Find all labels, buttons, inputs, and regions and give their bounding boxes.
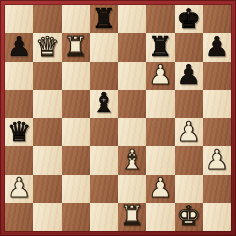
square-g1[interactable]: ♚ [175, 203, 203, 231]
white-pawn-g4[interactable]: ♟ [177, 118, 201, 145]
white-bishop-e3[interactable]: ♝ [120, 146, 144, 173]
black-rook-f7[interactable]: ♜ [148, 33, 172, 60]
square-b3[interactable] [33, 146, 61, 174]
black-rook-d8[interactable]: ♜ [92, 5, 116, 32]
square-e4[interactable] [118, 118, 146, 146]
square-c1[interactable] [62, 203, 90, 231]
square-d4[interactable] [90, 118, 118, 146]
chess-board: ♜♚♟♛♜♜♟♟♟♝♛♟♝♟♟♟♜♚ [5, 5, 231, 231]
square-d7[interactable] [90, 33, 118, 61]
square-h3[interactable]: ♟ [203, 146, 231, 174]
square-e7[interactable] [118, 33, 146, 61]
square-f8[interactable] [146, 5, 174, 33]
square-g3[interactable] [175, 146, 203, 174]
square-f5[interactable] [146, 90, 174, 118]
square-a8[interactable] [5, 5, 33, 33]
square-g6[interactable]: ♟ [175, 62, 203, 90]
square-e6[interactable] [118, 62, 146, 90]
black-queen-a4[interactable]: ♛ [7, 118, 31, 145]
black-pawn-h7[interactable]: ♟ [205, 33, 229, 60]
black-bishop-d5[interactable]: ♝ [92, 90, 116, 117]
square-h8[interactable] [203, 5, 231, 33]
white-rook-c7[interactable]: ♜ [64, 33, 88, 60]
white-queen-b7[interactable]: ♛ [35, 33, 59, 60]
square-b6[interactable] [33, 62, 61, 90]
square-a3[interactable] [5, 146, 33, 174]
square-f1[interactable] [146, 203, 174, 231]
square-b7[interactable]: ♛ [33, 33, 61, 61]
black-pawn-a7[interactable]: ♟ [7, 33, 31, 60]
square-f3[interactable] [146, 146, 174, 174]
square-h7[interactable]: ♟ [203, 33, 231, 61]
square-a2[interactable]: ♟ [5, 175, 33, 203]
square-h2[interactable] [203, 175, 231, 203]
square-g8[interactable]: ♚ [175, 5, 203, 33]
square-h6[interactable] [203, 62, 231, 90]
square-b8[interactable] [33, 5, 61, 33]
white-pawn-a2[interactable]: ♟ [7, 175, 31, 202]
square-c8[interactable] [62, 5, 90, 33]
square-h4[interactable] [203, 118, 231, 146]
black-king-g8[interactable]: ♚ [177, 5, 201, 32]
square-d1[interactable] [90, 203, 118, 231]
square-a7[interactable]: ♟ [5, 33, 33, 61]
square-f6[interactable]: ♟ [146, 62, 174, 90]
square-f2[interactable]: ♟ [146, 175, 174, 203]
square-a4[interactable]: ♛ [5, 118, 33, 146]
square-d6[interactable] [90, 62, 118, 90]
square-g7[interactable] [175, 33, 203, 61]
square-c2[interactable] [62, 175, 90, 203]
square-a6[interactable] [5, 62, 33, 90]
white-pawn-f6[interactable]: ♟ [148, 62, 172, 89]
square-b4[interactable] [33, 118, 61, 146]
white-rook-e1[interactable]: ♜ [120, 203, 144, 230]
square-h5[interactable] [203, 90, 231, 118]
square-e5[interactable] [118, 90, 146, 118]
square-g5[interactable] [175, 90, 203, 118]
square-b5[interactable] [33, 90, 61, 118]
square-c5[interactable] [62, 90, 90, 118]
square-a1[interactable] [5, 203, 33, 231]
square-b1[interactable] [33, 203, 61, 231]
square-c3[interactable] [62, 146, 90, 174]
square-f7[interactable]: ♜ [146, 33, 174, 61]
square-e3[interactable]: ♝ [118, 146, 146, 174]
square-h1[interactable] [203, 203, 231, 231]
black-pawn-g6[interactable]: ♟ [177, 62, 201, 89]
square-d5[interactable]: ♝ [90, 90, 118, 118]
square-c7[interactable]: ♜ [62, 33, 90, 61]
square-f4[interactable] [146, 118, 174, 146]
chess-board-frame: ♜♚♟♛♜♜♟♟♟♝♛♟♝♟♟♟♜♚ [0, 0, 236, 236]
square-c6[interactable] [62, 62, 90, 90]
square-e1[interactable]: ♜ [118, 203, 146, 231]
square-d2[interactable] [90, 175, 118, 203]
square-g2[interactable] [175, 175, 203, 203]
white-pawn-f2[interactable]: ♟ [148, 175, 172, 202]
square-d8[interactable]: ♜ [90, 5, 118, 33]
square-d3[interactable] [90, 146, 118, 174]
white-king-g1[interactable]: ♚ [177, 203, 201, 230]
white-pawn-h3[interactable]: ♟ [205, 146, 229, 173]
square-g4[interactable]: ♟ [175, 118, 203, 146]
square-b2[interactable] [33, 175, 61, 203]
square-a5[interactable] [5, 90, 33, 118]
square-e2[interactable] [118, 175, 146, 203]
square-c4[interactable] [62, 118, 90, 146]
square-e8[interactable] [118, 5, 146, 33]
